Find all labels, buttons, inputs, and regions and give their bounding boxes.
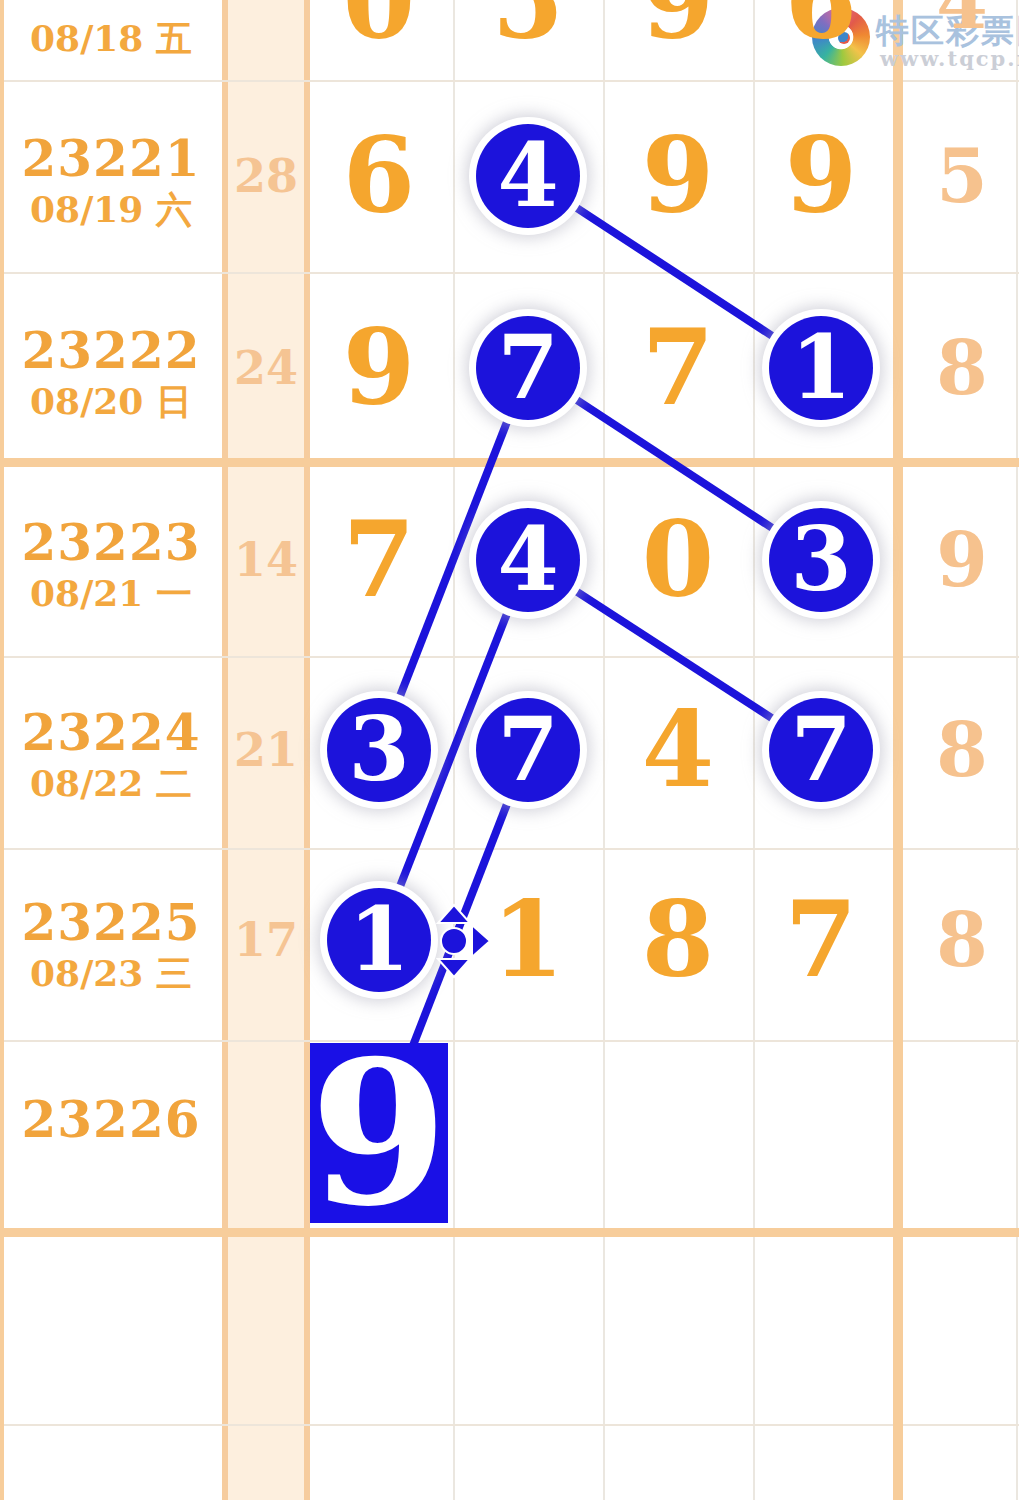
digit-plain: 0	[304, 0, 454, 57]
move-cursor-icon[interactable]	[416, 903, 492, 979]
drawn-number-circle: 1	[769, 316, 873, 420]
digit-plain: 7	[603, 313, 753, 423]
drawn-number-circle: 3	[327, 698, 431, 802]
digit-plain: 9	[603, 0, 753, 57]
digit-pale: 8	[887, 313, 1019, 423]
digit-pale: 8	[887, 885, 1019, 995]
sum-value: 21	[222, 727, 310, 773]
digit-plain: 6	[746, 0, 896, 57]
digit-plain: 7	[746, 885, 896, 995]
period-label: 23222	[0, 326, 222, 376]
date-label: 08/22 二	[0, 765, 222, 801]
date-label: 08/18 五	[0, 20, 222, 56]
drawn-number-circle: 4	[476, 508, 580, 612]
date-label: 08/21 一	[0, 575, 222, 611]
digit-plain: 4	[603, 695, 753, 805]
digit-plain: 9	[304, 313, 454, 423]
drawn-number-circle: 7	[476, 316, 580, 420]
period-label: 23221	[0, 134, 222, 184]
sum-value: 24	[222, 345, 310, 391]
digit-plain: 8	[603, 885, 753, 995]
sum-value: 14	[222, 537, 310, 583]
date-label: 08/19 六	[0, 191, 222, 227]
period-label: 23223	[0, 518, 222, 568]
date-label: 08/20 日	[0, 383, 222, 419]
digit-pale: 9	[887, 505, 1019, 615]
digit-pale: 8	[887, 695, 1019, 805]
period-label: 23224	[0, 708, 222, 758]
digit-plain: 9	[746, 121, 896, 231]
digit-plain: 0	[603, 505, 753, 615]
digit-plain: 6	[304, 121, 454, 231]
drawn-number-circle: 4	[476, 124, 580, 228]
digit-plain: 9	[603, 121, 753, 231]
period-label: 23226	[0, 1095, 222, 1145]
drawn-number-circle: 7	[769, 698, 873, 802]
digit-plain: 7	[304, 505, 454, 615]
drawn-number-circle: 3	[769, 508, 873, 612]
digit-pale: 5	[887, 121, 1019, 231]
drawn-number-square: 9	[310, 1043, 448, 1223]
digit-plain: 5	[453, 0, 603, 57]
sum-value: 28	[222, 153, 310, 199]
digit-pale: 4	[887, 0, 1019, 57]
drawn-number-circle: 7	[476, 698, 580, 802]
period-label: 23225	[0, 898, 222, 948]
lottery-trend-chart: 特区彩票网 www.tqcp.net 08/18 五059642322108/1…	[0, 0, 1019, 1500]
date-label: 08/23 三	[0, 955, 222, 991]
sum-value: 17	[222, 917, 310, 963]
